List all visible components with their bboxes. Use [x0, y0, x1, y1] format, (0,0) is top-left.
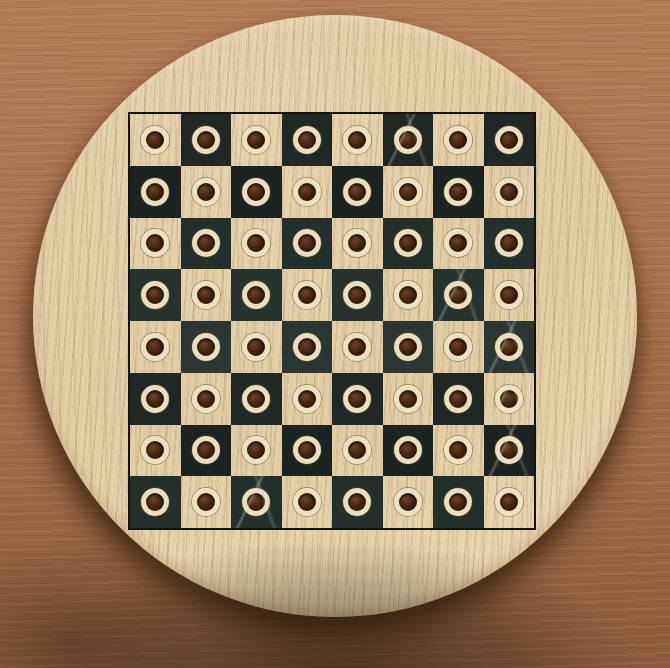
peg-hole [192, 385, 220, 413]
peg-hole [192, 126, 220, 154]
peg-hole [343, 229, 371, 257]
peg-hole [242, 436, 270, 464]
peg-hole [141, 229, 169, 257]
peg-hole [192, 436, 220, 464]
square-e3[interactable] [332, 373, 383, 425]
square-d4[interactable] [282, 321, 333, 373]
square-c4[interactable] [231, 321, 282, 373]
square-a4[interactable] [130, 321, 181, 373]
square-h7[interactable] [484, 166, 535, 218]
peg-hole [141, 385, 169, 413]
peg-hole [141, 333, 169, 361]
square-d3[interactable] [282, 373, 333, 425]
table-surface [0, 0, 670, 668]
square-a7[interactable] [130, 166, 181, 218]
square-g5[interactable] [433, 269, 484, 321]
peg-hole [141, 436, 169, 464]
peg-hole [394, 436, 422, 464]
square-h3[interactable] [484, 373, 535, 425]
square-d5[interactable] [282, 269, 333, 321]
square-a2[interactable] [130, 425, 181, 477]
peg-hole [394, 333, 422, 361]
square-a1[interactable] [130, 476, 181, 528]
peg-hole [444, 229, 472, 257]
peg-hole [242, 333, 270, 361]
peg-hole [293, 229, 321, 257]
square-h2[interactable] [484, 425, 535, 477]
square-d1[interactable] [282, 476, 333, 528]
peg-hole [495, 436, 523, 464]
square-c7[interactable] [231, 166, 282, 218]
peg-hole [343, 385, 371, 413]
square-f2[interactable] [383, 425, 434, 477]
peg-hole [343, 281, 371, 309]
square-b1[interactable] [181, 476, 232, 528]
peg-hole [293, 333, 321, 361]
peg-hole [141, 178, 169, 206]
peg-hole [343, 126, 371, 154]
square-h4[interactable] [484, 321, 535, 373]
square-g8[interactable] [433, 114, 484, 166]
chess-board-grid [128, 112, 536, 530]
peg-hole [293, 385, 321, 413]
peg-hole [444, 385, 472, 413]
peg-hole [242, 178, 270, 206]
square-d8[interactable] [282, 114, 333, 166]
square-a3[interactable] [130, 373, 181, 425]
square-d6[interactable] [282, 218, 333, 270]
peg-hole [444, 126, 472, 154]
peg-hole [343, 333, 371, 361]
peg-hole [495, 126, 523, 154]
square-b2[interactable] [181, 425, 232, 477]
peg-hole [495, 281, 523, 309]
square-e8[interactable] [332, 114, 383, 166]
peg-hole [394, 126, 422, 154]
peg-hole [242, 126, 270, 154]
peg-hole [141, 281, 169, 309]
peg-hole [394, 385, 422, 413]
square-g1[interactable] [433, 476, 484, 528]
peg-hole [495, 385, 523, 413]
peg-hole [192, 229, 220, 257]
square-f3[interactable] [383, 373, 434, 425]
square-c6[interactable] [231, 218, 282, 270]
peg-hole [444, 281, 472, 309]
square-b6[interactable] [181, 218, 232, 270]
peg-hole [444, 488, 472, 516]
square-g4[interactable] [433, 321, 484, 373]
peg-hole [394, 229, 422, 257]
peg-hole [444, 436, 472, 464]
square-h6[interactable] [484, 218, 535, 270]
square-d7[interactable] [282, 166, 333, 218]
peg-hole [192, 333, 220, 361]
square-f4[interactable] [383, 321, 434, 373]
square-f6[interactable] [383, 218, 434, 270]
peg-hole [293, 488, 321, 516]
square-b4[interactable] [181, 321, 232, 373]
square-c3[interactable] [231, 373, 282, 425]
square-b7[interactable] [181, 166, 232, 218]
square-b8[interactable] [181, 114, 232, 166]
square-c1[interactable] [231, 476, 282, 528]
peg-hole [242, 385, 270, 413]
peg-hole [343, 178, 371, 206]
peg-hole [495, 488, 523, 516]
peg-hole [293, 436, 321, 464]
peg-hole [343, 436, 371, 464]
peg-hole [495, 229, 523, 257]
square-a6[interactable] [130, 218, 181, 270]
square-b3[interactable] [181, 373, 232, 425]
square-e4[interactable] [332, 321, 383, 373]
peg-hole [495, 333, 523, 361]
square-h8[interactable] [484, 114, 535, 166]
peg-hole [242, 229, 270, 257]
square-e2[interactable] [332, 425, 383, 477]
square-c8[interactable] [231, 114, 282, 166]
square-c5[interactable] [231, 269, 282, 321]
peg-hole [394, 281, 422, 309]
peg-hole [293, 178, 321, 206]
peg-hole [192, 488, 220, 516]
square-e5[interactable] [332, 269, 383, 321]
peg-hole [444, 333, 472, 361]
peg-hole [293, 281, 321, 309]
square-c2[interactable] [231, 425, 282, 477]
square-e7[interactable] [332, 166, 383, 218]
square-g2[interactable] [433, 425, 484, 477]
peg-hole [343, 488, 371, 516]
square-f5[interactable] [383, 269, 434, 321]
peg-hole [242, 281, 270, 309]
wooden-disc [33, 15, 637, 617]
square-g3[interactable] [433, 373, 484, 425]
peg-hole [394, 178, 422, 206]
square-f7[interactable] [383, 166, 434, 218]
square-a5[interactable] [130, 269, 181, 321]
peg-hole [141, 126, 169, 154]
square-f1[interactable] [383, 476, 434, 528]
peg-hole [495, 178, 523, 206]
square-h1[interactable] [484, 476, 535, 528]
square-h5[interactable] [484, 269, 535, 321]
peg-hole [293, 126, 321, 154]
square-e1[interactable] [332, 476, 383, 528]
peg-hole [192, 178, 220, 206]
square-b5[interactable] [181, 269, 232, 321]
square-f8[interactable] [383, 114, 434, 166]
peg-hole [242, 488, 270, 516]
peg-hole [394, 488, 422, 516]
peg-hole [444, 178, 472, 206]
square-e6[interactable] [332, 218, 383, 270]
peg-hole [141, 488, 169, 516]
square-d2[interactable] [282, 425, 333, 477]
square-g7[interactable] [433, 166, 484, 218]
square-g6[interactable] [433, 218, 484, 270]
square-a8[interactable] [130, 114, 181, 166]
peg-hole [192, 281, 220, 309]
